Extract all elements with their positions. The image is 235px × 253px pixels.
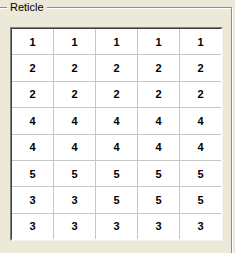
reticle-groupbox-title: Reticle [7,0,47,14]
grid-cell-r7c1[interactable]: 3 [12,187,53,212]
reticle-grid-border: 1111122222222224444444444555553355533333 [10,27,223,241]
reticle-grid: 1111122222222224444444444555553355533333 [12,29,221,239]
grid-cell-r3c4[interactable]: 2 [138,82,179,107]
grid-cell-r5c4[interactable]: 4 [138,135,179,160]
grid-cell-r4c4[interactable]: 4 [138,108,179,133]
grid-cell-r6c4[interactable]: 5 [138,161,179,186]
grid-cell-r4c1[interactable]: 4 [12,108,53,133]
grid-cell-r5c3[interactable]: 4 [96,135,137,160]
grid-cell-r1c2[interactable]: 1 [54,29,95,54]
grid-cell-r8c2[interactable]: 3 [54,214,95,239]
grid-cell-r7c3[interactable]: 5 [96,187,137,212]
grid-cell-r8c1[interactable]: 3 [12,214,53,239]
grid-cell-r6c1[interactable]: 5 [12,161,53,186]
grid-cell-r1c1[interactable]: 1 [12,29,53,54]
grid-cell-r3c2[interactable]: 2 [54,82,95,107]
grid-cell-r6c2[interactable]: 5 [54,161,95,186]
grid-cell-r7c5[interactable]: 5 [180,187,221,212]
grid-cell-r5c1[interactable]: 4 [12,135,53,160]
grid-cell-r3c3[interactable]: 2 [96,82,137,107]
grid-cell-r2c5[interactable]: 2 [180,55,221,80]
grid-cell-r1c5[interactable]: 1 [180,29,221,54]
grid-cell-r4c5[interactable]: 4 [180,108,221,133]
grid-cell-r3c5[interactable]: 2 [180,82,221,107]
grid-cell-r2c2[interactable]: 2 [54,55,95,80]
grid-cell-r2c1[interactable]: 2 [12,55,53,80]
grid-cell-r3c1[interactable]: 2 [12,82,53,107]
grid-cell-r5c5[interactable]: 4 [180,135,221,160]
grid-cell-r6c3[interactable]: 5 [96,161,137,186]
reticle-panel: Reticle 11111222222222244444444445555533… [0,0,235,253]
grid-cell-r7c2[interactable]: 3 [54,187,95,212]
grid-cell-r4c2[interactable]: 4 [54,108,95,133]
grid-cell-r8c5[interactable]: 3 [180,214,221,239]
grid-cell-r8c3[interactable]: 3 [96,214,137,239]
grid-cell-r5c2[interactable]: 4 [54,135,95,160]
grid-cell-r2c3[interactable]: 2 [96,55,137,80]
grid-cell-r2c4[interactable]: 2 [138,55,179,80]
grid-cell-r7c4[interactable]: 5 [138,187,179,212]
grid-cell-r1c3[interactable]: 1 [96,29,137,54]
grid-cell-r6c5[interactable]: 5 [180,161,221,186]
grid-cell-r8c4[interactable]: 3 [138,214,179,239]
grid-cell-r1c4[interactable]: 1 [138,29,179,54]
grid-cell-r4c3[interactable]: 4 [96,108,137,133]
